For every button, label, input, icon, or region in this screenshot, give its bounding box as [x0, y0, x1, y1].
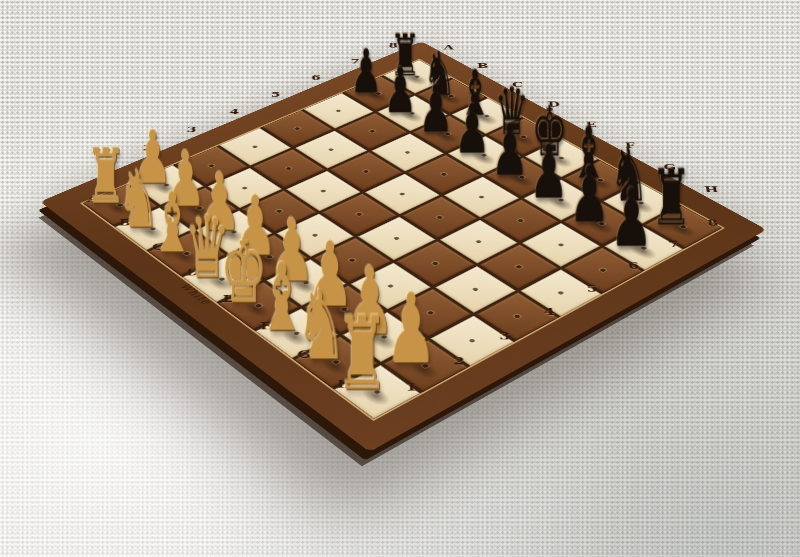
square-h5 [520, 269, 601, 316]
board-grid: ♜♞♝♛♚♝♞♜♟♟♟♟♟♟♟♟♟♟♟♟♟♟♟♟♜♞♝♛♚♝♞♜ [80, 59, 725, 421]
rank-label-left-4: 4 [223, 106, 245, 116]
rank-label-left-5: 5 [265, 89, 286, 99]
board-frame: ♜♞♝♛♚♝♞♜♟♟♟♟♟♟♟♟♟♟♟♟♟♟♟♟♜♞♝♛♚♝♞♜ White A… [40, 41, 767, 451]
photo-scene: ♜♞♝♛♚♝♞♜♟♟♟♟♟♟♟♟♟♟♟♟♟♟♟♟♜♞♝♛♚♝♞♜ White A… [0, 0, 800, 557]
chessboard: ♜♞♝♛♚♝♞♜♟♟♟♟♟♟♟♟♟♟♟♟♟♟♟♟♜♞♝♛♚♝♞♜ White A… [40, 41, 767, 451]
piece-black-pawn-h7: ♟ [589, 182, 674, 254]
piece-white-rook-h1: ♜ [315, 309, 409, 400]
rank-label-left-6: 6 [305, 73, 325, 83]
square-d5 [365, 174, 440, 215]
square-h1: ♜ [334, 365, 420, 419]
